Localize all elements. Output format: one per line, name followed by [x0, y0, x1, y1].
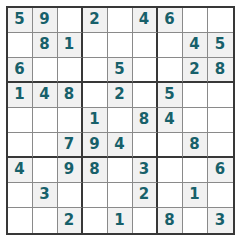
- cell-r4c5[interactable]: 2: [108, 83, 133, 108]
- cell-r3c3[interactable]: [58, 58, 83, 83]
- cell-r2c2[interactable]: 8: [33, 33, 58, 58]
- cell-r1c8[interactable]: [183, 8, 208, 33]
- cell-r5c2[interactable]: [33, 108, 58, 133]
- cell-r4c2[interactable]: 4: [33, 83, 58, 108]
- cell-r5c5[interactable]: [108, 108, 133, 133]
- cell-r6c3[interactable]: 7: [58, 133, 83, 158]
- cell-r7c6[interactable]: 3: [133, 158, 158, 183]
- cell-r8c2[interactable]: 3: [33, 183, 58, 208]
- cell-r7c9[interactable]: 6: [208, 158, 233, 183]
- cell-r4c6[interactable]: [133, 83, 158, 108]
- cell-r8c8[interactable]: 1: [183, 183, 208, 208]
- sudoku-board: 5924681456528148251847948498363212183: [6, 6, 235, 235]
- cell-r1c9[interactable]: [208, 8, 233, 33]
- cell-r4c3[interactable]: 8: [58, 83, 83, 108]
- cell-r4c1[interactable]: 1: [8, 83, 33, 108]
- cell-r7c7[interactable]: [158, 158, 183, 183]
- cell-r8c1[interactable]: [8, 183, 33, 208]
- cell-r1c2[interactable]: 9: [33, 8, 58, 33]
- cell-r7c4[interactable]: 8: [83, 158, 108, 183]
- cell-r9c4[interactable]: [83, 208, 108, 233]
- cell-r8c7[interactable]: [158, 183, 183, 208]
- cell-r1c5[interactable]: [108, 8, 133, 33]
- cell-r6c9[interactable]: [208, 133, 233, 158]
- cell-r4c7[interactable]: 5: [158, 83, 183, 108]
- cell-r4c8[interactable]: [183, 83, 208, 108]
- cell-r2c9[interactable]: 5: [208, 33, 233, 58]
- cell-r2c1[interactable]: [8, 33, 33, 58]
- cell-r7c2[interactable]: [33, 158, 58, 183]
- cell-r9c1[interactable]: [8, 208, 33, 233]
- cell-r3c2[interactable]: [33, 58, 58, 83]
- cell-r8c5[interactable]: [108, 183, 133, 208]
- cell-r1c7[interactable]: 6: [158, 8, 183, 33]
- cell-r4c9[interactable]: [208, 83, 233, 108]
- cell-r9c6[interactable]: [133, 208, 158, 233]
- cell-r8c6[interactable]: 2: [133, 183, 158, 208]
- cell-r7c3[interactable]: 9: [58, 158, 83, 183]
- cell-r3c9[interactable]: 8: [208, 58, 233, 83]
- cell-r5c6[interactable]: 8: [133, 108, 158, 133]
- cell-r5c9[interactable]: [208, 108, 233, 133]
- cell-r7c5[interactable]: [108, 158, 133, 183]
- cell-r9c8[interactable]: [183, 208, 208, 233]
- page: 5924681456528148251847948498363212183: [0, 0, 240, 240]
- cell-r6c6[interactable]: [133, 133, 158, 158]
- cell-r3c7[interactable]: [158, 58, 183, 83]
- cell-r3c4[interactable]: [83, 58, 108, 83]
- cell-r3c1[interactable]: 6: [8, 58, 33, 83]
- cell-r1c1[interactable]: 5: [8, 8, 33, 33]
- cell-r2c3[interactable]: 1: [58, 33, 83, 58]
- cell-r9c9[interactable]: 3: [208, 208, 233, 233]
- cell-r9c3[interactable]: 2: [58, 208, 83, 233]
- cell-r8c4[interactable]: [83, 183, 108, 208]
- cell-r6c2[interactable]: [33, 133, 58, 158]
- cell-r6c4[interactable]: 9: [83, 133, 108, 158]
- cell-r2c7[interactable]: [158, 33, 183, 58]
- cell-r2c6[interactable]: [133, 33, 158, 58]
- cell-r6c1[interactable]: [8, 133, 33, 158]
- cell-r5c4[interactable]: 1: [83, 108, 108, 133]
- cell-r5c1[interactable]: [8, 108, 33, 133]
- cell-r4c4[interactable]: [83, 83, 108, 108]
- cell-r2c4[interactable]: [83, 33, 108, 58]
- cell-r3c8[interactable]: 2: [183, 58, 208, 83]
- cell-r7c8[interactable]: [183, 158, 208, 183]
- cell-r6c7[interactable]: [158, 133, 183, 158]
- cell-r6c8[interactable]: 8: [183, 133, 208, 158]
- cell-r9c2[interactable]: [33, 208, 58, 233]
- cell-r2c5[interactable]: [108, 33, 133, 58]
- cell-r9c7[interactable]: 8: [158, 208, 183, 233]
- cell-r5c7[interactable]: 4: [158, 108, 183, 133]
- cell-r8c9[interactable]: [208, 183, 233, 208]
- cell-r1c3[interactable]: [58, 8, 83, 33]
- cell-r5c3[interactable]: [58, 108, 83, 133]
- cell-r2c8[interactable]: 4: [183, 33, 208, 58]
- cell-r3c6[interactable]: [133, 58, 158, 83]
- cell-r6c5[interactable]: 4: [108, 133, 133, 158]
- cell-r7c1[interactable]: 4: [8, 158, 33, 183]
- cell-r8c3[interactable]: [58, 183, 83, 208]
- cell-r3c5[interactable]: 5: [108, 58, 133, 83]
- cell-r1c4[interactable]: 2: [83, 8, 108, 33]
- cell-r1c6[interactable]: 4: [133, 8, 158, 33]
- cell-r9c5[interactable]: 1: [108, 208, 133, 233]
- cell-r5c8[interactable]: [183, 108, 208, 133]
